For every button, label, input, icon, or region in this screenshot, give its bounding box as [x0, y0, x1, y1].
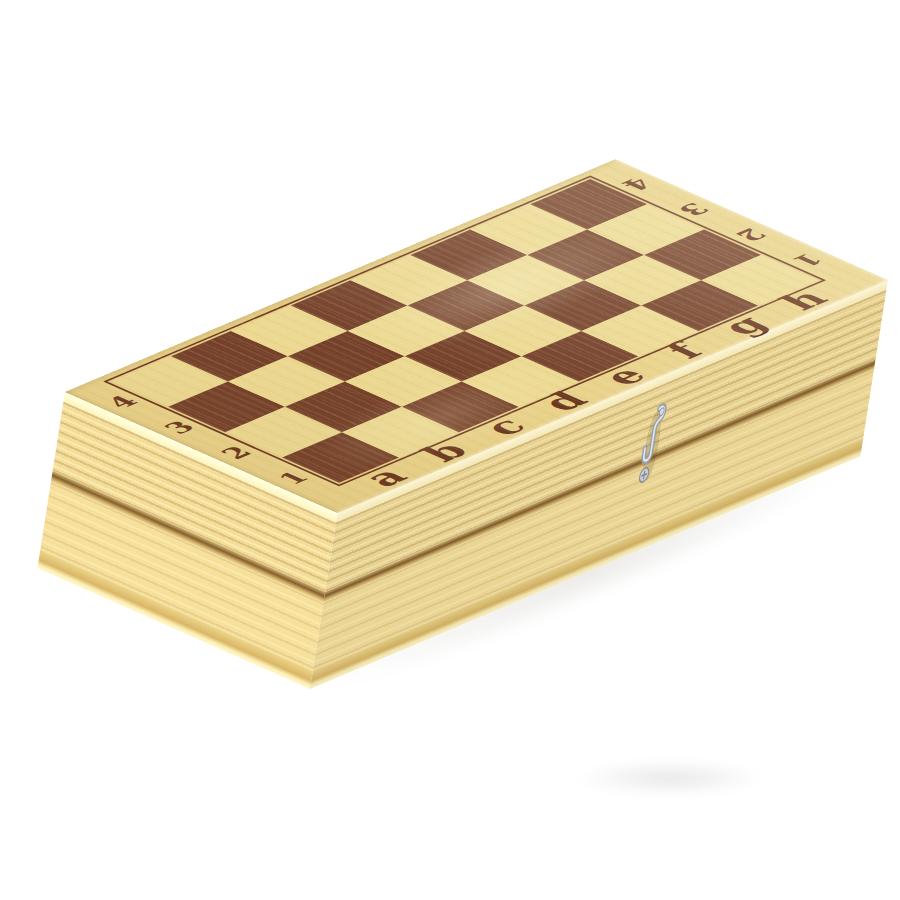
file-label-f: f	[658, 339, 709, 361]
file-label-e: e	[595, 363, 654, 389]
product-photo-scene: 43214321abcdefgh	[0, 0, 900, 900]
file-label-c: c	[476, 414, 534, 439]
box-shadow-smudge	[575, 760, 765, 796]
file-label-a: a	[355, 464, 414, 490]
